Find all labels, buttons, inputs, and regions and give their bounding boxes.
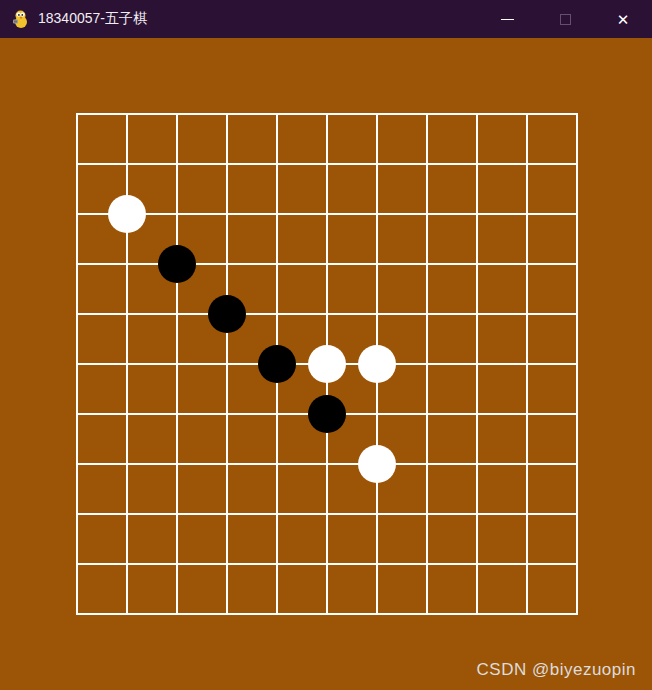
close-button[interactable]: ✕ [594, 0, 652, 38]
board-cell[interactable] [326, 263, 376, 313]
board-cell[interactable] [426, 213, 476, 263]
board-cell[interactable] [526, 363, 576, 413]
board-cell[interactable] [326, 113, 376, 163]
board-cell[interactable] [76, 463, 126, 513]
board-cell[interactable] [126, 513, 176, 563]
board-cell[interactable] [526, 213, 576, 263]
board-cell[interactable] [76, 363, 126, 413]
board-cell[interactable] [176, 113, 226, 163]
minimize-button[interactable] [478, 0, 536, 38]
stone-white [358, 345, 396, 383]
watermark: CSDN @biyezuopin [477, 660, 636, 680]
board-cell[interactable] [76, 413, 126, 463]
app-window: 18340057-五子棋 ✕ CSDN @biyezuopin [0, 0, 652, 690]
board-cell[interactable] [176, 463, 226, 513]
window-title: 18340057-五子棋 [38, 10, 147, 28]
board-cell[interactable] [226, 213, 276, 263]
board-cell[interactable] [476, 213, 526, 263]
board-cell[interactable] [276, 163, 326, 213]
board-cell[interactable] [426, 313, 476, 363]
board-cell[interactable] [226, 413, 276, 463]
board-cell[interactable] [476, 463, 526, 513]
board-cell[interactable] [426, 413, 476, 463]
board-cell[interactable] [226, 163, 276, 213]
board-cell[interactable] [126, 563, 176, 613]
board-cell[interactable] [426, 263, 476, 313]
titlebar: 18340057-五子棋 ✕ [0, 0, 652, 38]
board-cell[interactable] [426, 163, 476, 213]
board-cell[interactable] [326, 513, 376, 563]
board-cell[interactable] [526, 263, 576, 313]
board-cell[interactable] [226, 563, 276, 613]
maximize-icon [560, 14, 571, 25]
board-cell[interactable] [76, 513, 126, 563]
board-cell[interactable] [276, 513, 326, 563]
board-cell[interactable] [326, 563, 376, 613]
board-cell[interactable] [326, 213, 376, 263]
board-cell[interactable] [376, 513, 426, 563]
close-icon: ✕ [617, 12, 630, 27]
board-cell[interactable] [426, 513, 476, 563]
board-cell[interactable] [226, 113, 276, 163]
board-cell[interactable] [226, 513, 276, 563]
board-cell[interactable] [176, 513, 226, 563]
board-cell[interactable] [76, 263, 126, 313]
board-cell[interactable] [426, 363, 476, 413]
board-cell[interactable] [126, 113, 176, 163]
board-cell[interactable] [126, 413, 176, 463]
board-cell[interactable] [326, 163, 376, 213]
board-cell[interactable] [126, 463, 176, 513]
board-cell[interactable] [476, 313, 526, 363]
board-cell[interactable] [276, 563, 326, 613]
board-cell[interactable] [176, 163, 226, 213]
minimize-icon [501, 19, 514, 20]
board-cell[interactable] [376, 163, 426, 213]
board-cell[interactable] [376, 213, 426, 263]
board-cell[interactable] [276, 213, 326, 263]
board-area: CSDN @biyezuopin [0, 38, 652, 690]
maximize-button[interactable] [536, 0, 594, 38]
board-cell[interactable] [526, 513, 576, 563]
board-cell[interactable] [276, 113, 326, 163]
board-cell[interactable] [476, 163, 526, 213]
stone-black [308, 395, 346, 433]
board-cell[interactable] [426, 113, 476, 163]
board-cell[interactable] [526, 463, 576, 513]
board-cell[interactable] [226, 463, 276, 513]
board-cell[interactable] [426, 563, 476, 613]
board-cell[interactable] [476, 263, 526, 313]
board-cell[interactable] [376, 263, 426, 313]
stone-white [108, 195, 146, 233]
stone-black [158, 245, 196, 283]
board-cell[interactable] [176, 413, 226, 463]
board-cell[interactable] [76, 563, 126, 613]
board-cell[interactable] [276, 263, 326, 313]
board-cell[interactable] [176, 563, 226, 613]
board-cell[interactable] [126, 313, 176, 363]
stone-white [358, 445, 396, 483]
board-cell[interactable] [526, 563, 576, 613]
board-cell[interactable] [126, 363, 176, 413]
board-cell[interactable] [376, 563, 426, 613]
window-controls: ✕ [478, 0, 652, 38]
board-cell[interactable] [476, 413, 526, 463]
app-icon [10, 9, 30, 29]
board-cell[interactable] [526, 413, 576, 463]
board-cell[interactable] [526, 163, 576, 213]
board-cell[interactable] [76, 313, 126, 363]
board-cell[interactable] [526, 313, 576, 363]
board-grid[interactable] [76, 113, 578, 615]
board-cell[interactable] [476, 113, 526, 163]
board-cell[interactable] [476, 513, 526, 563]
stone-black [208, 295, 246, 333]
stone-white [308, 345, 346, 383]
board-cell[interactable] [176, 363, 226, 413]
board-cell[interactable] [376, 113, 426, 163]
stone-black [258, 345, 296, 383]
board-cell[interactable] [426, 463, 476, 513]
board-cell[interactable] [476, 363, 526, 413]
board-cell[interactable] [276, 463, 326, 513]
board-cell[interactable] [526, 113, 576, 163]
board-cell[interactable] [476, 563, 526, 613]
board-cell[interactable] [76, 113, 126, 163]
